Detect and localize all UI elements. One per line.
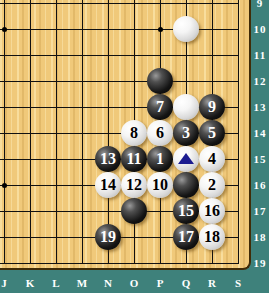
grid-hline-11 xyxy=(0,55,239,56)
move-number-15: 15 xyxy=(178,198,194,224)
grid-vline-M xyxy=(82,0,83,264)
move-number-5: 5 xyxy=(208,120,216,146)
row-label-16: 16 xyxy=(251,179,269,191)
stone-Q15 xyxy=(173,146,199,172)
grid-hline-10 xyxy=(0,29,239,30)
move-number-13: 13 xyxy=(100,146,116,172)
move-number-8: 8 xyxy=(130,120,138,146)
move-number-16: 16 xyxy=(204,198,220,224)
stone-R13: 9 xyxy=(199,94,225,120)
stone-P15: 1 xyxy=(147,146,173,172)
move-number-4: 4 xyxy=(208,146,216,172)
stone-P14: 6 xyxy=(147,120,173,146)
row-label-18: 18 xyxy=(251,231,269,243)
col-label-M: M xyxy=(73,277,91,289)
column-coordinate-band: JKLMNOPQRS xyxy=(0,270,269,293)
star-point-J10 xyxy=(2,27,7,32)
move-number-11: 11 xyxy=(126,146,141,172)
move-number-7: 7 xyxy=(156,94,164,120)
col-label-Q: Q xyxy=(177,277,195,289)
row-label-19: 19 xyxy=(251,257,269,269)
stone-O15: 11 xyxy=(121,146,147,172)
grid-vline-K xyxy=(30,0,31,264)
col-label-K: K xyxy=(21,277,39,289)
move-number-6: 6 xyxy=(156,120,164,146)
stone-P16: 10 xyxy=(147,172,173,198)
stone-O17 xyxy=(121,198,147,224)
col-label-L: L xyxy=(47,277,65,289)
star-point-P10 xyxy=(158,27,163,32)
move-number-18: 18 xyxy=(204,224,220,250)
row-label-10: 10 xyxy=(251,23,269,35)
col-label-J: J xyxy=(0,277,13,289)
row-label-11: 11 xyxy=(251,49,269,61)
col-label-S: S xyxy=(229,277,247,289)
stone-R17: 16 xyxy=(199,198,225,224)
col-label-O: O xyxy=(125,277,143,289)
stone-N18: 19 xyxy=(95,224,121,250)
go-problem-screenshot: 79863513111414121021516191718 9101112131… xyxy=(0,0,269,293)
move-number-2: 2 xyxy=(208,172,216,198)
col-label-P: P xyxy=(151,277,169,289)
move-number-1: 1 xyxy=(156,146,164,172)
row-label-14: 14 xyxy=(251,127,269,139)
row-label-9: 9 xyxy=(251,0,269,9)
stone-O14: 8 xyxy=(121,120,147,146)
star-point-J16 xyxy=(2,183,7,188)
stone-R14: 5 xyxy=(199,120,225,146)
row-label-15: 15 xyxy=(251,153,269,165)
stone-N16: 14 xyxy=(95,172,121,198)
stone-Q17: 15 xyxy=(173,198,199,224)
stone-N15: 13 xyxy=(95,146,121,172)
row-label-12: 12 xyxy=(251,75,269,87)
stone-Q10 xyxy=(173,16,199,42)
stone-Q14: 3 xyxy=(173,120,199,146)
row-coordinate-band: 910111213141516171819 xyxy=(251,0,269,270)
stone-Q16 xyxy=(173,172,199,198)
stone-R15: 4 xyxy=(199,146,225,172)
stone-P12 xyxy=(147,68,173,94)
col-label-R: R xyxy=(203,277,221,289)
move-number-17: 17 xyxy=(178,224,194,250)
grid-hline-19 xyxy=(0,263,239,264)
grid-vline-L xyxy=(56,0,57,264)
stone-Q13 xyxy=(173,94,199,120)
grid-vline-S xyxy=(238,0,239,264)
grid-vline-J xyxy=(4,0,5,264)
move-number-14: 14 xyxy=(100,172,116,198)
stone-R16: 2 xyxy=(199,172,225,198)
move-number-10: 10 xyxy=(152,172,168,198)
stone-O16: 12 xyxy=(121,172,147,198)
grid-hline-12 xyxy=(0,81,239,82)
move-number-19: 19 xyxy=(100,224,116,250)
row-label-13: 13 xyxy=(251,101,269,113)
stone-R18: 18 xyxy=(199,224,225,250)
move-number-12: 12 xyxy=(126,172,142,198)
stone-Q18: 17 xyxy=(173,224,199,250)
move-number-9: 9 xyxy=(208,94,216,120)
move-number-3: 3 xyxy=(182,120,190,146)
stone-P13: 7 xyxy=(147,94,173,120)
row-label-17: 17 xyxy=(251,205,269,217)
grid-hline-9 xyxy=(0,3,239,4)
col-label-N: N xyxy=(99,277,117,289)
go-board[interactable]: 79863513111414121021516191718 xyxy=(0,0,251,270)
triangle-marker-icon xyxy=(178,153,194,164)
